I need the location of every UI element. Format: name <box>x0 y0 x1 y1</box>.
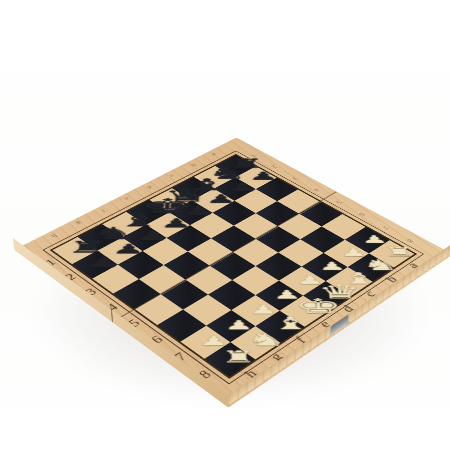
square-r6c3[interactable] <box>256 281 304 311</box>
square-r5c4[interactable] <box>256 252 302 280</box>
side-fold-seam <box>111 309 113 322</box>
black-rook[interactable]: ♜ <box>66 239 101 255</box>
square-r7c0[interactable] <box>204 342 255 376</box>
square-r2c0[interactable] <box>92 265 139 294</box>
white-pawn[interactable]: ♟ <box>358 234 391 245</box>
square-r5c3[interactable] <box>232 266 279 295</box>
square-r5c0[interactable] <box>157 310 206 342</box>
square-r3c1[interactable] <box>139 265 186 294</box>
far-rank-label-6: 6 <box>351 209 372 221</box>
product-photo-stage: 12345678hgfedcbahgfedcba12345678 ♜♞♝♛♚♝♞… <box>0 0 450 450</box>
square-r5c1[interactable] <box>183 295 231 326</box>
square-r6c2[interactable] <box>231 295 279 326</box>
far-rank-label-3: 3 <box>285 173 306 184</box>
square-r5c2[interactable] <box>208 280 255 310</box>
square-r4c1[interactable] <box>161 280 208 310</box>
square-r4c2[interactable] <box>185 266 232 295</box>
square-r7c2[interactable] <box>255 311 304 343</box>
square-r7c4[interactable] <box>303 281 351 311</box>
square-r7c1[interactable] <box>230 326 280 359</box>
far-rank-label-5: 5 <box>329 196 350 208</box>
square-r3c0[interactable] <box>113 279 160 309</box>
square-r3c2[interactable] <box>164 252 210 280</box>
square-r6c5[interactable] <box>302 253 348 281</box>
square-r7c3[interactable] <box>280 296 328 327</box>
square-r6c0[interactable] <box>180 326 230 359</box>
square-r4c3[interactable] <box>210 252 256 280</box>
far-file-label-g: g <box>64 215 95 232</box>
far-rank-label-4: 4 <box>306 184 327 196</box>
square-r4c0[interactable] <box>135 294 183 325</box>
square-r6c1[interactable] <box>206 310 255 342</box>
square-r2c1[interactable] <box>118 251 164 279</box>
